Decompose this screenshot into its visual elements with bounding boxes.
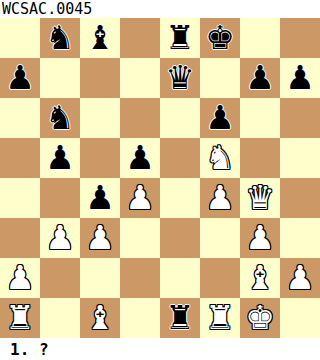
square-c4[interactable]: ♟: [80, 178, 120, 218]
white-pawn: ♟: [45, 218, 75, 258]
white-bishop: ♝: [85, 298, 115, 338]
black-king: ♚: [205, 18, 235, 58]
black-queen: ♛: [165, 58, 195, 98]
square-f3[interactable]: [200, 218, 240, 258]
square-b6[interactable]: ♞: [40, 98, 80, 138]
square-f5[interactable]: ♞: [200, 138, 240, 178]
square-f1[interactable]: ♜: [200, 298, 240, 338]
square-b1[interactable]: [40, 298, 80, 338]
black-bishop: ♝: [85, 18, 115, 58]
square-h5[interactable]: [280, 138, 320, 178]
square-f7[interactable]: [200, 58, 240, 98]
black-knight: ♞: [45, 98, 75, 138]
square-a7[interactable]: ♟: [0, 58, 40, 98]
square-g3[interactable]: ♟: [240, 218, 280, 258]
square-e8[interactable]: ♜: [160, 18, 200, 58]
square-a3[interactable]: [0, 218, 40, 258]
square-e7[interactable]: ♛: [160, 58, 200, 98]
square-a6[interactable]: [0, 98, 40, 138]
white-king: ♚: [245, 298, 275, 338]
square-c6[interactable]: [80, 98, 120, 138]
white-pawn: ♟: [285, 258, 315, 298]
square-a2[interactable]: ♟: [0, 258, 40, 298]
square-b2[interactable]: [40, 258, 80, 298]
square-b5[interactable]: ♟: [40, 138, 80, 178]
white-rook: ♜: [5, 298, 35, 338]
square-e1[interactable]: ♜: [160, 298, 200, 338]
square-g1[interactable]: ♚: [240, 298, 280, 338]
square-d3[interactable]: [120, 218, 160, 258]
diagram-title: WCSAC.0045: [0, 0, 92, 18]
square-c2[interactable]: [80, 258, 120, 298]
square-d6[interactable]: [120, 98, 160, 138]
square-a1[interactable]: ♜: [0, 298, 40, 338]
black-pawn: ♟: [245, 58, 275, 98]
square-d8[interactable]: [120, 18, 160, 58]
square-g2[interactable]: ♝: [240, 258, 280, 298]
black-pawn: ♟: [85, 178, 115, 218]
black-pawn: ♟: [125, 138, 155, 178]
square-b7[interactable]: [40, 58, 80, 98]
footer-bar: 1. ?: [0, 338, 320, 360]
square-f6[interactable]: ♟: [200, 98, 240, 138]
square-f4[interactable]: ♟: [200, 178, 240, 218]
square-e6[interactable]: [160, 98, 200, 138]
square-h4[interactable]: [280, 178, 320, 218]
square-f2[interactable]: [200, 258, 240, 298]
square-g7[interactable]: ♟: [240, 58, 280, 98]
black-pawn: ♟: [285, 58, 315, 98]
square-g6[interactable]: [240, 98, 280, 138]
white-knight: ♞: [205, 138, 235, 178]
square-a4[interactable]: [0, 178, 40, 218]
square-d2[interactable]: [120, 258, 160, 298]
chess-diagram-window: WCSAC.0045 ♞♝♜♚♟♛♟♟♞♟♟♟♞♟♟♟♛♟♟♟♟♝♟♜♝♜♜♚ …: [0, 0, 320, 360]
move-prompt: 1. ?: [0, 340, 49, 359]
square-b3[interactable]: ♟: [40, 218, 80, 258]
chess-board: ♞♝♜♚♟♛♟♟♞♟♟♟♞♟♟♟♛♟♟♟♟♝♟♜♝♜♜♚: [0, 18, 320, 338]
white-pawn: ♟: [245, 218, 275, 258]
square-b8[interactable]: ♞: [40, 18, 80, 58]
square-d4[interactable]: ♟: [120, 178, 160, 218]
square-c8[interactable]: ♝: [80, 18, 120, 58]
square-d5[interactable]: ♟: [120, 138, 160, 178]
white-pawn: ♟: [205, 178, 235, 218]
white-pawn: ♟: [125, 178, 155, 218]
square-h8[interactable]: [280, 18, 320, 58]
square-e3[interactable]: [160, 218, 200, 258]
square-c5[interactable]: [80, 138, 120, 178]
black-pawn: ♟: [45, 138, 75, 178]
square-c7[interactable]: [80, 58, 120, 98]
white-queen: ♛: [245, 178, 275, 218]
square-h7[interactable]: ♟: [280, 58, 320, 98]
white-pawn: ♟: [5, 258, 35, 298]
black-rook: ♜: [165, 18, 195, 58]
square-f8[interactable]: ♚: [200, 18, 240, 58]
square-h6[interactable]: [280, 98, 320, 138]
square-e4[interactable]: [160, 178, 200, 218]
header-bar: WCSAC.0045: [0, 0, 320, 18]
square-d7[interactable]: [120, 58, 160, 98]
black-rook: ♜: [165, 298, 195, 338]
square-h1[interactable]: [280, 298, 320, 338]
square-e5[interactable]: [160, 138, 200, 178]
white-pawn: ♟: [85, 218, 115, 258]
square-a8[interactable]: [0, 18, 40, 58]
square-b4[interactable]: [40, 178, 80, 218]
square-c3[interactable]: ♟: [80, 218, 120, 258]
black-pawn: ♟: [205, 98, 235, 138]
square-g5[interactable]: [240, 138, 280, 178]
square-h2[interactable]: ♟: [280, 258, 320, 298]
square-g4[interactable]: ♛: [240, 178, 280, 218]
black-pawn: ♟: [5, 58, 35, 98]
square-e2[interactable]: [160, 258, 200, 298]
white-rook: ♜: [205, 298, 235, 338]
square-g8[interactable]: [240, 18, 280, 58]
square-h3[interactable]: [280, 218, 320, 258]
square-d1[interactable]: [120, 298, 160, 338]
square-c1[interactable]: ♝: [80, 298, 120, 338]
white-bishop: ♝: [245, 258, 275, 298]
black-knight: ♞: [45, 18, 75, 58]
square-a5[interactable]: [0, 138, 40, 178]
